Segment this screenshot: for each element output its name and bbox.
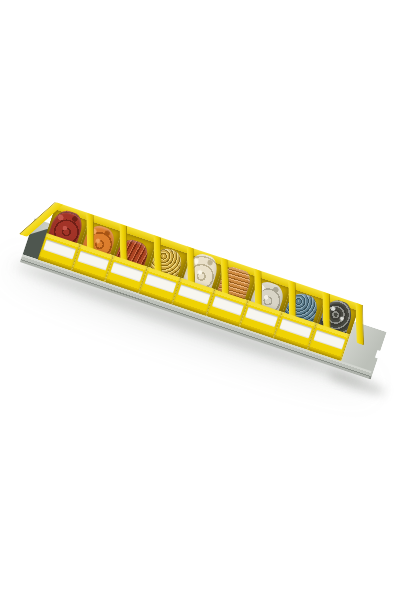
bin-label — [43, 239, 75, 259]
bin-label — [111, 262, 143, 282]
bin-label — [144, 273, 176, 293]
bin-label — [313, 330, 345, 350]
product-photo — [0, 0, 400, 600]
bin-label — [77, 251, 109, 271]
bin-label — [178, 284, 210, 304]
bin-label — [279, 318, 311, 338]
photo-canvas: { "scene": { "type": "product-photo", "d… — [0, 0, 400, 600]
bin-label — [245, 307, 277, 327]
bin-label — [212, 296, 244, 316]
bin-side-wall — [356, 303, 365, 346]
